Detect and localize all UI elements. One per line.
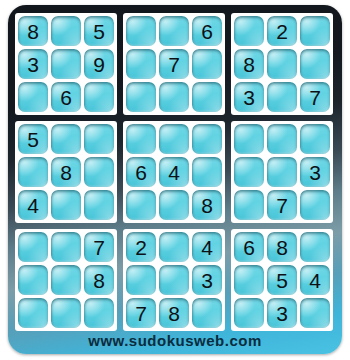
cell-r9c3[interactable] (84, 298, 114, 328)
cell-r6c4[interactable] (126, 190, 156, 220)
cell-r5c4[interactable]: 6 (126, 157, 156, 187)
cell-r6c9[interactable] (300, 190, 330, 220)
cell-r4c3[interactable] (84, 124, 114, 154)
cell-r7c3[interactable]: 7 (84, 232, 114, 262)
box-7: 78 (15, 229, 117, 331)
cell-r4c4[interactable] (126, 124, 156, 154)
cell-r9c7[interactable] (234, 298, 264, 328)
cell-r8c7[interactable] (234, 265, 264, 295)
cell-r7c2[interactable] (51, 232, 81, 262)
box-4: 584 (15, 121, 117, 223)
cell-r6c3[interactable] (84, 190, 114, 220)
cell-r3c9[interactable]: 7 (300, 82, 330, 112)
cell-r3c1[interactable] (18, 82, 48, 112)
cell-r2c4[interactable] (126, 49, 156, 79)
cell-r9c1[interactable] (18, 298, 48, 328)
cell-r8c4[interactable] (126, 265, 156, 295)
cell-r4c5[interactable] (159, 124, 189, 154)
cell-r4c1[interactable]: 5 (18, 124, 48, 154)
cell-r8c3[interactable]: 8 (84, 265, 114, 295)
cell-r2c7[interactable]: 8 (234, 49, 264, 79)
cell-r8c2[interactable] (51, 265, 81, 295)
sudoku-frame: 85396 67 2837 584 648 37 78 24378 68543 … (8, 5, 342, 354)
cell-r2c9[interactable] (300, 49, 330, 79)
cell-r2c8[interactable] (267, 49, 297, 79)
cell-r5c5[interactable]: 4 (159, 157, 189, 187)
cell-r7c7[interactable]: 6 (234, 232, 264, 262)
cell-r1c7[interactable] (234, 16, 264, 46)
cell-r2c5[interactable]: 7 (159, 49, 189, 79)
cell-r4c8[interactable] (267, 124, 297, 154)
cell-r8c1[interactable] (18, 265, 48, 295)
cell-r3c8[interactable] (267, 82, 297, 112)
cell-r2c1[interactable]: 3 (18, 49, 48, 79)
cell-r8c6[interactable]: 3 (192, 265, 222, 295)
cell-r2c6[interactable] (192, 49, 222, 79)
cell-r5c8[interactable] (267, 157, 297, 187)
cell-r9c5[interactable]: 8 (159, 298, 189, 328)
box-2: 67 (123, 13, 225, 115)
cell-r7c5[interactable] (159, 232, 189, 262)
cell-r3c7[interactable]: 3 (234, 82, 264, 112)
cell-r7c6[interactable]: 4 (192, 232, 222, 262)
cell-r9c9[interactable] (300, 298, 330, 328)
cell-r6c6[interactable]: 8 (192, 190, 222, 220)
cell-r3c5[interactable] (159, 82, 189, 112)
cell-r6c1[interactable]: 4 (18, 190, 48, 220)
box-3: 2837 (231, 13, 333, 115)
cell-r9c2[interactable] (51, 298, 81, 328)
cell-r8c5[interactable] (159, 265, 189, 295)
box-8: 24378 (123, 229, 225, 331)
cell-r3c2[interactable]: 6 (51, 82, 81, 112)
cell-r4c7[interactable] (234, 124, 264, 154)
cell-r2c3[interactable]: 9 (84, 49, 114, 79)
cell-r3c6[interactable] (192, 82, 222, 112)
cell-r8c9[interactable]: 4 (300, 265, 330, 295)
cell-r1c6[interactable]: 6 (192, 16, 222, 46)
cell-r7c8[interactable]: 8 (267, 232, 297, 262)
cell-r1c8[interactable]: 2 (267, 16, 297, 46)
cell-r3c3[interactable] (84, 82, 114, 112)
cell-r4c9[interactable] (300, 124, 330, 154)
cell-r1c4[interactable] (126, 16, 156, 46)
cell-r6c7[interactable] (234, 190, 264, 220)
site-url-link[interactable]: www.sudokusweb.com (8, 332, 342, 349)
cell-r3c4[interactable] (126, 82, 156, 112)
cell-r5c3[interactable] (84, 157, 114, 187)
cell-r6c2[interactable] (51, 190, 81, 220)
cell-r6c8[interactable]: 7 (267, 190, 297, 220)
cell-r9c6[interactable] (192, 298, 222, 328)
box-9: 68543 (231, 229, 333, 331)
cell-r1c5[interactable] (159, 16, 189, 46)
box-1: 85396 (15, 13, 117, 115)
cell-r1c1[interactable]: 8 (18, 16, 48, 46)
cell-r5c2[interactable]: 8 (51, 157, 81, 187)
cell-r7c1[interactable] (18, 232, 48, 262)
cell-r7c9[interactable] (300, 232, 330, 262)
cell-r2c2[interactable] (51, 49, 81, 79)
box-6: 37 (231, 121, 333, 223)
cell-r6c5[interactable] (159, 190, 189, 220)
cell-r5c9[interactable]: 3 (300, 157, 330, 187)
cell-r1c2[interactable] (51, 16, 81, 46)
cell-r5c6[interactable] (192, 157, 222, 187)
cell-r4c6[interactable] (192, 124, 222, 154)
cell-r5c1[interactable] (18, 157, 48, 187)
cell-r4c2[interactable] (51, 124, 81, 154)
box-5: 648 (123, 121, 225, 223)
cell-r1c9[interactable] (300, 16, 330, 46)
cell-r1c3[interactable]: 5 (84, 16, 114, 46)
cell-r5c7[interactable] (234, 157, 264, 187)
sudoku-board: 85396 67 2837 584 648 37 78 24378 68543 (8, 5, 342, 331)
cell-r9c8[interactable]: 3 (267, 298, 297, 328)
cell-r8c8[interactable]: 5 (267, 265, 297, 295)
cell-r9c4[interactable]: 7 (126, 298, 156, 328)
cell-r7c4[interactable]: 2 (126, 232, 156, 262)
